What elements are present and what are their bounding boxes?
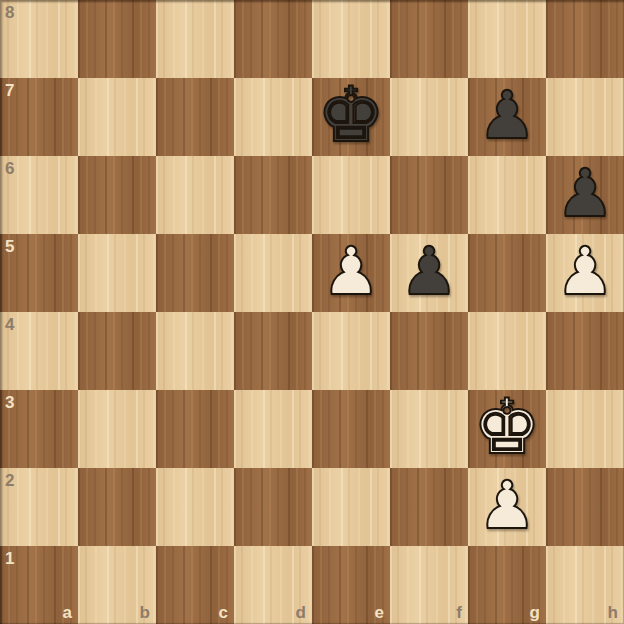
square-e4[interactable] [312, 312, 390, 390]
chess-board: 87♚♟6♟5♟♟♟43♚2♟1abcdefgh [0, 0, 624, 624]
square-f4[interactable] [390, 312, 468, 390]
square-c5[interactable] [156, 234, 234, 312]
square-b8[interactable] [78, 0, 156, 78]
file-label-b: b [140, 604, 150, 621]
square-a5[interactable]: 5 [0, 234, 78, 312]
rank-label-8: 8 [5, 4, 14, 21]
square-c3[interactable] [156, 390, 234, 468]
square-b4[interactable] [78, 312, 156, 390]
square-c1[interactable]: c [156, 546, 234, 624]
square-e8[interactable] [312, 0, 390, 78]
square-f3[interactable] [390, 390, 468, 468]
square-f6[interactable] [390, 156, 468, 234]
square-g6[interactable] [468, 156, 546, 234]
square-c2[interactable] [156, 468, 234, 546]
square-h5[interactable]: ♟ [546, 234, 624, 312]
square-g7[interactable]: ♟ [468, 78, 546, 156]
square-a1[interactable]: 1a [0, 546, 78, 624]
square-d6[interactable] [234, 156, 312, 234]
square-b3[interactable] [78, 390, 156, 468]
piece-black-pawn-g7[interactable]: ♟ [468, 78, 546, 156]
file-label-f: f [456, 604, 462, 621]
square-f5[interactable]: ♟ [390, 234, 468, 312]
square-a4[interactable]: 4 [0, 312, 78, 390]
square-g1[interactable]: g [468, 546, 546, 624]
board-area: 87♚♟6♟5♟♟♟43♚2♟1abcdefgh [0, 0, 624, 624]
square-d2[interactable] [234, 468, 312, 546]
square-g5[interactable] [468, 234, 546, 312]
square-h1[interactable]: h [546, 546, 624, 624]
square-e7[interactable]: ♚ [312, 78, 390, 156]
square-h2[interactable] [546, 468, 624, 546]
square-h4[interactable] [546, 312, 624, 390]
square-a3[interactable]: 3 [0, 390, 78, 468]
square-h3[interactable] [546, 390, 624, 468]
square-f1[interactable]: f [390, 546, 468, 624]
square-b1[interactable]: b [78, 546, 156, 624]
square-e2[interactable] [312, 468, 390, 546]
square-g8[interactable] [468, 0, 546, 78]
square-d3[interactable] [234, 390, 312, 468]
square-c8[interactable] [156, 0, 234, 78]
piece-black-king-e7[interactable]: ♚ [312, 78, 390, 156]
file-label-g: g [530, 604, 540, 621]
square-e5[interactable]: ♟ [312, 234, 390, 312]
square-b6[interactable] [78, 156, 156, 234]
square-d1[interactable]: d [234, 546, 312, 624]
square-e6[interactable] [312, 156, 390, 234]
square-e3[interactable] [312, 390, 390, 468]
file-label-a: a [63, 604, 72, 621]
square-f2[interactable] [390, 468, 468, 546]
square-c7[interactable] [156, 78, 234, 156]
rank-label-5: 5 [5, 238, 14, 255]
file-label-h: h [608, 604, 618, 621]
rank-label-7: 7 [5, 82, 14, 99]
square-d7[interactable] [234, 78, 312, 156]
square-f7[interactable] [390, 78, 468, 156]
square-d8[interactable] [234, 0, 312, 78]
piece-white-pawn-e5[interactable]: ♟ [312, 234, 390, 312]
square-a7[interactable]: 7 [0, 78, 78, 156]
file-label-c: c [219, 604, 228, 621]
rank-label-3: 3 [5, 394, 14, 411]
file-label-e: e [375, 604, 384, 621]
square-g4[interactable] [468, 312, 546, 390]
square-a8[interactable]: 8 [0, 0, 78, 78]
square-d4[interactable] [234, 312, 312, 390]
square-f8[interactable] [390, 0, 468, 78]
rank-label-4: 4 [5, 316, 14, 333]
piece-black-pawn-f5[interactable]: ♟ [390, 234, 468, 312]
rank-label-2: 2 [5, 472, 14, 489]
square-h7[interactable] [546, 78, 624, 156]
square-g3[interactable]: ♚ [468, 390, 546, 468]
square-c4[interactable] [156, 312, 234, 390]
square-h6[interactable]: ♟ [546, 156, 624, 234]
square-b7[interactable] [78, 78, 156, 156]
file-label-d: d [296, 604, 306, 621]
square-h8[interactable] [546, 0, 624, 78]
square-e1[interactable]: e [312, 546, 390, 624]
square-a2[interactable]: 2 [0, 468, 78, 546]
square-b2[interactable] [78, 468, 156, 546]
square-d5[interactable] [234, 234, 312, 312]
piece-white-king-g3[interactable]: ♚ [468, 390, 546, 468]
square-a6[interactable]: 6 [0, 156, 78, 234]
piece-white-pawn-h5[interactable]: ♟ [546, 234, 624, 312]
piece-black-pawn-h6[interactable]: ♟ [546, 156, 624, 234]
rank-label-1: 1 [5, 550, 14, 567]
piece-white-pawn-g2[interactable]: ♟ [468, 468, 546, 546]
square-b5[interactable] [78, 234, 156, 312]
square-g2[interactable]: ♟ [468, 468, 546, 546]
square-c6[interactable] [156, 156, 234, 234]
rank-label-6: 6 [5, 160, 14, 177]
